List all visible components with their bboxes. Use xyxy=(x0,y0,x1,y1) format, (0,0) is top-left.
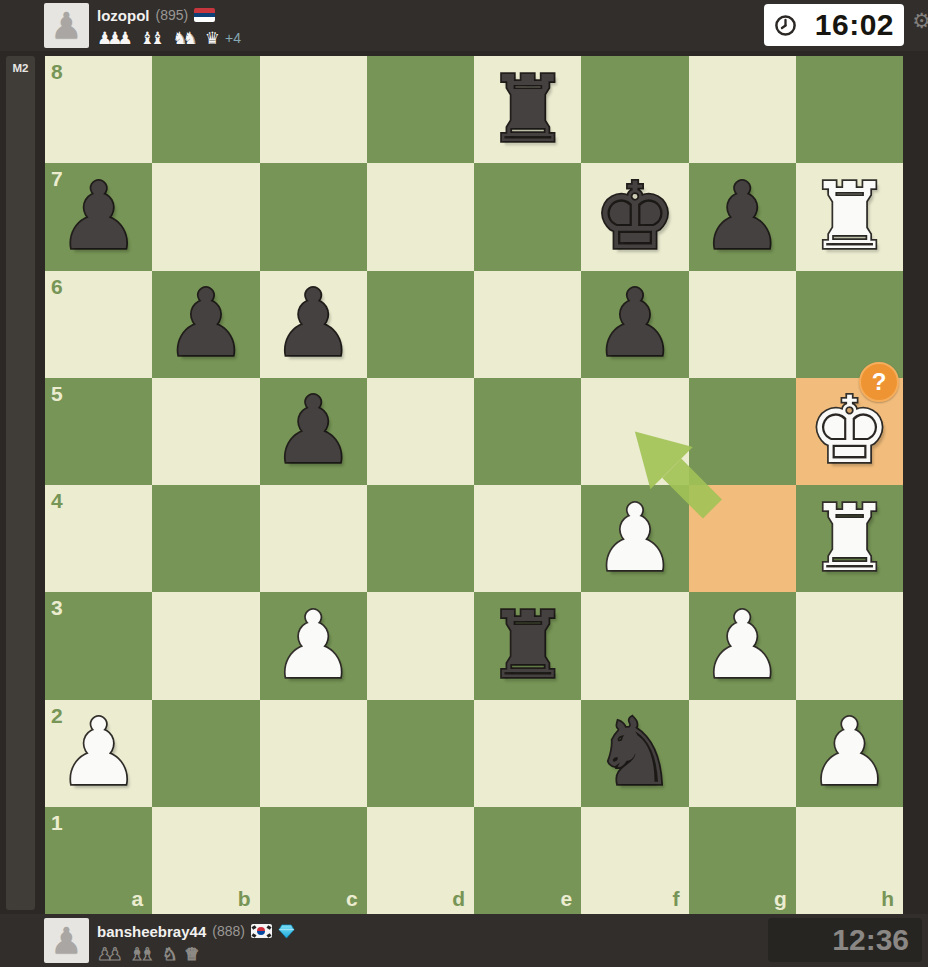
white-piece-c3: ♟ xyxy=(260,592,367,699)
square-f8[interactable] xyxy=(581,56,688,163)
square-g2[interactable] xyxy=(689,700,796,807)
square-f3[interactable] xyxy=(581,592,688,699)
square-h8[interactable] xyxy=(796,56,903,163)
square-h7[interactable]: ♜ xyxy=(796,163,903,270)
file-label-e: e xyxy=(561,887,573,911)
square-g7[interactable]: ♟ xyxy=(689,163,796,270)
square-e3[interactable]: ♜ xyxy=(474,592,581,699)
material-score: +4 xyxy=(225,30,241,46)
square-d3[interactable] xyxy=(367,592,474,699)
bottom-captured-pieces: ♟♟♝♝♞♛ xyxy=(97,944,295,964)
square-c8[interactable] xyxy=(260,56,367,163)
white-piece-h2: ♟ xyxy=(796,700,903,807)
square-d4[interactable] xyxy=(367,485,474,592)
black-piece-c5: ♟ xyxy=(260,378,367,485)
rank-label-7: 7 xyxy=(51,167,63,191)
black-piece-f7: ♚ xyxy=(581,163,688,270)
square-f4[interactable]: ♟ xyxy=(581,485,688,592)
file-label-d: d xyxy=(452,887,465,911)
settings-gear-icon[interactable]: ⚙ xyxy=(912,10,928,31)
black-piece-f2: ♞ xyxy=(581,700,688,807)
square-d7[interactable] xyxy=(367,163,474,270)
white-piece-h4: ♜ xyxy=(796,485,903,592)
square-b4[interactable] xyxy=(152,485,259,592)
square-a3[interactable]: 3 xyxy=(45,592,152,699)
square-g4[interactable] xyxy=(689,485,796,592)
square-f7[interactable]: ♚ xyxy=(581,163,688,270)
top-captured-pieces: ♟♟♟♝♝♞♞♛ +4 xyxy=(97,28,241,48)
captured-group: ♟♟♟ xyxy=(97,30,128,47)
bottom-player-info: bansheebray44 (888) ♟♟♝♝♞♛ xyxy=(97,920,295,964)
square-f5[interactable] xyxy=(581,378,688,485)
captured-group: ♝♝ xyxy=(129,946,149,963)
top-clock: 16:02 xyxy=(764,4,904,46)
square-b2[interactable] xyxy=(152,700,259,807)
rank-label-2: 2 xyxy=(51,704,63,728)
captured-group: ♛ xyxy=(184,946,194,963)
clock-icon xyxy=(774,14,797,37)
square-h4[interactable]: ♜ xyxy=(796,485,903,592)
square-d2[interactable] xyxy=(367,700,474,807)
square-e1[interactable]: e xyxy=(474,807,581,914)
pawn-avatar-icon: ♟ xyxy=(50,8,82,44)
square-e8[interactable]: ♜ xyxy=(474,56,581,163)
square-e2[interactable] xyxy=(474,700,581,807)
square-c6[interactable]: ♟ xyxy=(260,271,367,378)
square-b5[interactable] xyxy=(152,378,259,485)
square-f6[interactable]: ♟ xyxy=(581,271,688,378)
top-player-bar: ♟ lozopol (895) ♟♟♟♝♝♞♞♛ +4 16:02 ⚙ xyxy=(0,0,928,51)
square-b7[interactable] xyxy=(152,163,259,270)
rank-label-8: 8 xyxy=(51,60,63,84)
south-korea-flag-icon xyxy=(251,924,272,938)
file-label-f: f xyxy=(673,887,680,911)
black-piece-e3: ♜ xyxy=(474,592,581,699)
square-a5[interactable]: 5 xyxy=(45,378,152,485)
top-clock-time: 16:02 xyxy=(815,8,894,42)
square-a8[interactable]: 8 xyxy=(45,56,152,163)
square-c1[interactable]: c xyxy=(260,807,367,914)
square-a4[interactable]: 4 xyxy=(45,485,152,592)
square-d1[interactable]: d xyxy=(367,807,474,914)
black-piece-f6: ♟ xyxy=(581,271,688,378)
square-d5[interactable] xyxy=(367,378,474,485)
serbia-flag-icon xyxy=(194,8,215,22)
captured-piece-icons: ♟♟♟♝♝♞♞♛ xyxy=(97,30,227,47)
premium-diamond-icon[interactable] xyxy=(278,924,295,939)
square-g6[interactable] xyxy=(689,271,796,378)
captured-group: ♝♝ xyxy=(140,30,160,47)
square-c7[interactable] xyxy=(260,163,367,270)
square-e4[interactable] xyxy=(474,485,581,592)
square-c2[interactable] xyxy=(260,700,367,807)
rank-label-4: 4 xyxy=(51,489,63,513)
square-e5[interactable] xyxy=(474,378,581,485)
black-piece-e8: ♜ xyxy=(474,56,581,163)
white-piece-h7: ♜ xyxy=(796,163,903,270)
bottom-clock-time: 12:36 xyxy=(832,923,909,957)
square-a7[interactable]: 7♟ xyxy=(45,163,152,270)
square-b3[interactable] xyxy=(152,592,259,699)
square-a2[interactable]: 2♟ xyxy=(45,700,152,807)
bottom-player-avatar[interactable]: ♟ xyxy=(44,918,89,963)
square-c4[interactable] xyxy=(260,485,367,592)
mistake-badge: ? xyxy=(859,362,899,402)
square-d8[interactable] xyxy=(367,56,474,163)
square-g8[interactable] xyxy=(689,56,796,163)
rank-label-6: 6 xyxy=(51,275,63,299)
black-piece-g7: ♟ xyxy=(689,163,796,270)
square-b8[interactable] xyxy=(152,56,259,163)
bottom-player-bar: ♟ bansheebray44 (888) ♟♟♝♝♞♛ xyxy=(0,914,928,967)
captured-group: ♞♞ xyxy=(172,30,192,47)
square-d6[interactable] xyxy=(367,271,474,378)
black-piece-b6: ♟ xyxy=(152,271,259,378)
white-piece-f4: ♟ xyxy=(581,485,688,592)
square-g3[interactable]: ♟ xyxy=(689,592,796,699)
square-h6[interactable] xyxy=(796,271,903,378)
top-player-name[interactable]: lozopol xyxy=(97,7,150,24)
captured-group: ♟♟ xyxy=(97,946,117,963)
pawn-avatar-icon: ♟ xyxy=(50,923,82,959)
bottom-player-rating: (888) xyxy=(212,923,245,939)
square-h2[interactable]: ♟ xyxy=(796,700,903,807)
square-g1[interactable]: g xyxy=(689,807,796,914)
file-label-a: a xyxy=(132,887,144,911)
square-a1[interactable]: 1a xyxy=(45,807,152,914)
file-label-b: b xyxy=(238,887,251,911)
square-e7[interactable] xyxy=(474,163,581,270)
square-a6[interactable]: 6 xyxy=(45,271,152,378)
captured-group: ♛ xyxy=(205,30,215,47)
evaluation-bar: M2 xyxy=(6,56,35,910)
square-b1[interactable]: b xyxy=(152,807,259,914)
file-label-c: c xyxy=(346,887,358,911)
black-piece-c6: ♟ xyxy=(260,271,367,378)
square-b6[interactable]: ♟ xyxy=(152,271,259,378)
top-player-info: lozopol (895) ♟♟♟♝♝♞♞♛ +4 xyxy=(97,4,241,48)
bottom-player-name[interactable]: bansheebray44 xyxy=(97,923,206,940)
square-e6[interactable] xyxy=(474,271,581,378)
rank-label-5: 5 xyxy=(51,382,63,406)
file-label-g: g xyxy=(774,887,787,911)
square-c5[interactable]: ♟ xyxy=(260,378,367,485)
square-f2[interactable]: ♞ xyxy=(581,700,688,807)
bottom-clock: 12:36 xyxy=(768,918,922,962)
square-g5[interactable] xyxy=(689,378,796,485)
square-c3[interactable]: ♟ xyxy=(260,592,367,699)
evaluation-label: M2 xyxy=(13,62,29,74)
top-player-avatar[interactable]: ♟ xyxy=(44,3,89,48)
captured-group: ♞ xyxy=(162,946,172,963)
file-label-h: h xyxy=(881,887,894,911)
top-player-rating: (895) xyxy=(156,7,189,23)
captured-piece-icons: ♟♟♝♝♞♛ xyxy=(97,946,206,963)
chess-board: 8♜7♟♚♟♜6♟♟♟5♟♚4♟♜3♟♜♟2♟♞♟1abcdefgh? xyxy=(45,56,903,914)
square-f1[interactable]: f xyxy=(581,807,688,914)
rank-label-1: 1 xyxy=(51,811,63,835)
white-piece-g3: ♟ xyxy=(689,592,796,699)
square-h3[interactable] xyxy=(796,592,903,699)
rank-label-3: 3 xyxy=(51,596,63,620)
square-h1[interactable]: h xyxy=(796,807,903,914)
